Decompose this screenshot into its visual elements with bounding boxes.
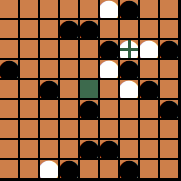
board-cell[interactable]	[20, 20, 40, 40]
black-stone: ●	[80, 20, 100, 38]
black-stone: ●	[60, 20, 80, 38]
board-cell[interactable]	[160, 60, 180, 80]
board-cell[interactable]	[60, 120, 80, 140]
black-stone: ●	[120, 60, 140, 78]
black-stone: ●	[120, 0, 140, 18]
board-cell[interactable]: ●	[80, 20, 100, 40]
board-cell[interactable]	[160, 0, 180, 20]
black-stone: ●	[0, 60, 20, 78]
board-cell[interactable]	[140, 60, 160, 80]
board-cell[interactable]	[40, 0, 60, 20]
board-cell[interactable]	[140, 20, 160, 40]
black-stone: ●	[100, 140, 120, 158]
board-cell[interactable]	[80, 160, 100, 180]
board-cell[interactable]	[80, 40, 100, 60]
white-stone: ●	[100, 0, 120, 18]
board-cell[interactable]: ●	[60, 160, 80, 180]
board-cell[interactable]	[100, 100, 120, 120]
board-cell[interactable]: ●	[100, 140, 120, 160]
board-cell[interactable]: ●	[120, 80, 140, 100]
black-stone: ●	[160, 40, 180, 58]
board-cell[interactable]	[60, 100, 80, 120]
board-cell[interactable]	[0, 40, 20, 60]
board-cell[interactable]: ●	[40, 80, 60, 100]
board-cell[interactable]	[0, 100, 20, 120]
board-cell[interactable]: ●	[80, 140, 100, 160]
board-cell[interactable]	[0, 80, 20, 100]
board-cell[interactable]: ●	[120, 160, 140, 180]
board-cell[interactable]	[0, 140, 20, 160]
black-stone: ●	[120, 160, 140, 178]
board-cell[interactable]	[60, 40, 80, 60]
board-cell[interactable]	[20, 60, 40, 80]
board-cell[interactable]	[20, 80, 40, 100]
board-cell[interactable]	[80, 0, 100, 20]
white-stone: ●	[40, 160, 60, 178]
board-cell[interactable]	[140, 160, 160, 180]
board-cell[interactable]	[140, 0, 160, 20]
board-cell[interactable]: ●	[100, 60, 120, 80]
white-stone: ●	[140, 40, 160, 58]
board-cell[interactable]	[160, 80, 180, 100]
cross-marker-icon	[120, 48, 138, 51]
board-cell[interactable]	[40, 100, 60, 120]
black-stone: ●	[60, 160, 80, 178]
board-cell[interactable]: ●	[140, 40, 160, 60]
board-cell[interactable]	[0, 20, 20, 40]
board-cell[interactable]	[120, 140, 140, 160]
board-cell[interactable]	[20, 100, 40, 120]
white-stone: ●	[100, 60, 120, 78]
black-stone: ●	[40, 80, 60, 98]
black-stone: ●	[100, 40, 120, 58]
board-cell[interactable]: ●	[160, 40, 180, 60]
board-cell[interactable]	[80, 60, 100, 80]
board-cell[interactable]: ●	[140, 80, 160, 100]
board-cell[interactable]: ●	[120, 40, 140, 60]
board-cell[interactable]: ●	[120, 0, 140, 20]
board-cell[interactable]	[160, 120, 180, 140]
board-cell[interactable]: ●	[80, 100, 100, 120]
board-cell[interactable]: ●	[100, 0, 120, 20]
board-cell[interactable]	[0, 120, 20, 140]
board-cell[interactable]	[140, 140, 160, 160]
board-cell[interactable]	[20, 120, 40, 140]
board-cell[interactable]	[120, 120, 140, 140]
black-stone: ●	[80, 140, 100, 158]
board-cell[interactable]	[20, 0, 40, 20]
board-cell[interactable]	[100, 160, 120, 180]
board-cell[interactable]	[100, 120, 120, 140]
board-cell[interactable]	[0, 160, 20, 180]
black-stone: ●	[160, 100, 180, 118]
board-cell[interactable]	[80, 120, 100, 140]
board-cell[interactable]: ●	[120, 60, 140, 80]
square-marker-cell[interactable]	[80, 80, 100, 100]
board-cell[interactable]: ●	[40, 160, 60, 180]
board-cell[interactable]	[100, 80, 120, 100]
board-cell[interactable]	[40, 20, 60, 40]
board-cell[interactable]	[60, 0, 80, 20]
black-stone: ●	[80, 100, 100, 118]
board-cell[interactable]	[60, 80, 80, 100]
board-cell[interactable]	[140, 100, 160, 120]
board-cell[interactable]: ●	[0, 60, 20, 80]
board-cell[interactable]	[40, 120, 60, 140]
board-cell[interactable]	[40, 60, 60, 80]
board-cell[interactable]	[60, 140, 80, 160]
board-cell[interactable]	[160, 20, 180, 40]
board-cell[interactable]	[140, 120, 160, 140]
board-cell[interactable]: ●	[60, 20, 80, 40]
board-cell[interactable]	[120, 100, 140, 120]
board-cell[interactable]: ●	[160, 100, 180, 120]
board-cell[interactable]: ●	[100, 40, 120, 60]
board-cell[interactable]	[40, 140, 60, 160]
go-board: ●●●●●●●●●●●●●●●●●●●●●	[0, 0, 181, 181]
board-cell[interactable]	[160, 140, 180, 160]
board-cell[interactable]	[40, 40, 60, 60]
board-cell[interactable]	[100, 20, 120, 40]
board-cell[interactable]	[60, 60, 80, 80]
board-cell[interactable]	[20, 140, 40, 160]
black-stone: ●	[140, 80, 160, 98]
board-cell[interactable]	[120, 20, 140, 40]
board-cell[interactable]	[0, 0, 20, 20]
white-stone: ●	[120, 80, 140, 98]
board-cell[interactable]	[20, 40, 40, 60]
board-cell[interactable]	[20, 160, 40, 180]
board-cell[interactable]	[160, 160, 180, 180]
